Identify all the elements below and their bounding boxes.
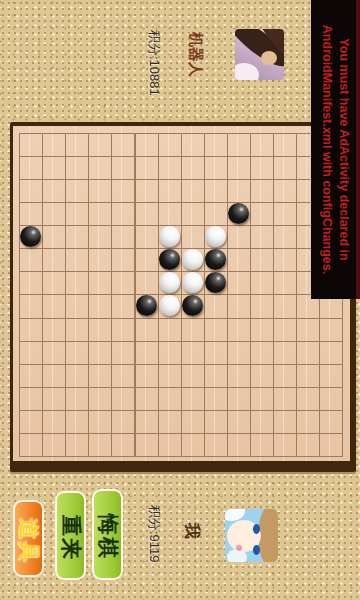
black-stone (20, 226, 41, 247)
restart-button[interactable]: 重来 (55, 491, 86, 580)
avatar-mouth (236, 545, 242, 551)
opponent-score: 积分:10881 (148, 30, 161, 96)
player-name: 我 (184, 523, 200, 539)
black-stone (159, 249, 180, 270)
props-button[interactable]: 道具 (13, 500, 44, 577)
avatar-eye (253, 524, 260, 534)
black-stone (228, 203, 249, 224)
avatar-hair (258, 509, 278, 562)
player-avatar (225, 509, 278, 562)
undo-button-label: 悔棋 (98, 514, 119, 560)
white-stone (159, 295, 180, 316)
player-score: 积分:9119 (148, 505, 161, 563)
avatar-dress (235, 63, 259, 80)
white-stone (182, 249, 203, 270)
ad-banner: You must have AdActivity declared in And… (311, 0, 360, 299)
board-surface (13, 126, 350, 461)
ad-banner-line-2: AndroidManifest.xml with configChanges. (318, 4, 335, 295)
white-stone (159, 272, 180, 293)
black-stone (182, 295, 203, 316)
opponent-avatar (235, 29, 284, 80)
white-stone (159, 226, 180, 247)
restart-button-label: 重来 (61, 515, 82, 561)
board-grid[interactable] (19, 133, 343, 457)
ad-banner-line-1: You must have AdActivity declared in (335, 4, 352, 295)
white-stone (182, 272, 203, 293)
props-button-label: 道具 (19, 518, 40, 564)
app-screen: 积分:10881 机器人 You must have AdActivity de… (0, 0, 360, 600)
avatar-eye (253, 545, 260, 555)
black-stone (205, 272, 226, 293)
opponent-name: 机器人 (189, 32, 204, 77)
ad-banner-text: You must have AdActivity declared in And… (318, 4, 352, 295)
board-frame (10, 122, 356, 472)
black-stone (136, 295, 157, 316)
undo-button[interactable]: 悔棋 (92, 489, 123, 580)
white-stone (205, 226, 226, 247)
avatar-face (261, 51, 277, 65)
black-stone (205, 249, 226, 270)
